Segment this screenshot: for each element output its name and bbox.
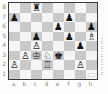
rank-label-2: 2 [0, 59, 7, 69]
square-d4[interactable] [42, 41, 53, 51]
square-h5[interactable]: ♗ [86, 32, 97, 42]
piece-white-pawn: ♙ [10, 60, 19, 69]
piece-black-pawn: ♟ [87, 22, 96, 31]
square-g8[interactable] [75, 3, 86, 13]
square-f6[interactable] [64, 22, 75, 32]
square-g2[interactable]: ♙ [75, 60, 86, 70]
square-a7[interactable]: ♟ [9, 13, 20, 23]
piece-white-king: ♔ [32, 51, 41, 60]
piece-black-rook: ♜ [32, 3, 41, 12]
rank-label-1: 1 [0, 69, 7, 79]
piece-black-pawn: ♟ [32, 32, 41, 41]
square-c2[interactable] [31, 60, 42, 70]
file-label-d: d [41, 80, 52, 88]
square-h7[interactable] [86, 13, 97, 23]
square-c1[interactable] [31, 70, 42, 80]
file-label-f: f [63, 80, 74, 88]
square-a6[interactable] [9, 22, 20, 32]
rank-label-3: 3 [0, 50, 7, 60]
square-d8[interactable] [42, 3, 53, 13]
square-a3[interactable] [9, 51, 20, 61]
piece-white-knight: ♘ [43, 51, 52, 60]
watermark-logo-box [88, 73, 95, 77]
square-e1[interactable] [53, 70, 64, 80]
piece-white-pawn: ♙ [21, 51, 30, 60]
square-b7[interactable] [20, 13, 31, 23]
square-e8[interactable] [53, 3, 64, 13]
file-label-e: e [52, 80, 63, 88]
square-f1[interactable] [64, 70, 75, 80]
piece-white-bishop: ♗ [87, 32, 96, 41]
square-c8[interactable]: ♜ [31, 3, 42, 13]
square-a2[interactable]: ♙ [9, 60, 20, 70]
file-label-b: b [19, 80, 30, 88]
file-labels: abcdefgh [8, 80, 96, 88]
square-e5[interactable] [53, 32, 64, 42]
square-h8[interactable] [86, 3, 97, 13]
square-b8[interactable] [20, 3, 31, 13]
piece-black-pawn: ♟ [65, 32, 74, 41]
square-c6[interactable] [31, 22, 42, 32]
square-a8[interactable] [9, 3, 20, 13]
square-a1[interactable] [9, 70, 20, 80]
square-e7[interactable] [53, 13, 64, 23]
square-f3[interactable] [64, 51, 75, 61]
square-g4[interactable]: ♟ [75, 41, 86, 51]
file-label-c: c [30, 80, 41, 88]
square-d7[interactable] [42, 13, 53, 23]
square-b3[interactable]: ♙ [20, 51, 31, 61]
rank-label-4: 4 [0, 40, 7, 50]
square-b5[interactable] [20, 32, 31, 42]
square-d1[interactable] [42, 70, 53, 80]
piece-black-pawn: ♟ [54, 22, 63, 31]
piece-black-pawn: ♟ [10, 13, 19, 22]
square-g5[interactable] [75, 32, 86, 42]
square-h6[interactable]: ♟ [86, 22, 97, 32]
square-f5[interactable]: ♟ [64, 32, 75, 42]
piece-white-pawn: ♙ [76, 60, 85, 69]
square-e4[interactable] [53, 41, 64, 51]
square-g3[interactable] [75, 51, 86, 61]
square-f7[interactable]: ♟ [64, 13, 75, 23]
piece-black-king: ♚ [54, 51, 63, 60]
square-c5[interactable]: ♟ [31, 32, 42, 42]
square-b2[interactable] [20, 60, 31, 70]
square-e3[interactable]: ♚ [53, 51, 64, 61]
square-b1[interactable] [20, 70, 31, 80]
square-d2[interactable]: ♖ [42, 60, 53, 70]
chess-board: ♜♟♟♟♟♟♟♗♙♟♙♔♘♚♙♖♙ [8, 2, 98, 80]
square-f8[interactable] [64, 3, 75, 13]
square-c7[interactable] [31, 13, 42, 23]
square-b4[interactable] [20, 41, 31, 51]
rank-label-8: 8 [0, 2, 7, 12]
square-d6[interactable] [42, 22, 53, 32]
square-c4[interactable]: ♙ [31, 41, 42, 51]
square-a5[interactable] [9, 32, 20, 42]
square-e6[interactable]: ♟ [53, 22, 64, 32]
square-e2[interactable] [53, 60, 64, 70]
file-label-a: a [8, 80, 19, 88]
piece-black-pawn: ♟ [76, 41, 85, 50]
rank-label-6: 6 [0, 21, 7, 31]
square-f4[interactable] [64, 41, 75, 51]
square-d5[interactable] [42, 32, 53, 42]
piece-white-pawn: ♙ [32, 41, 41, 50]
square-g6[interactable] [75, 22, 86, 32]
piece-black-pawn: ♟ [65, 13, 74, 22]
square-h2[interactable] [86, 60, 97, 70]
square-g1[interactable] [75, 70, 86, 80]
rank-label-5: 5 [0, 31, 7, 41]
square-d3[interactable]: ♘ [42, 51, 53, 61]
square-a4[interactable] [9, 41, 20, 51]
square-f2[interactable] [64, 60, 75, 70]
square-b6[interactable] [20, 22, 31, 32]
rank-label-7: 7 [0, 12, 7, 22]
edge-watermark-text [101, 38, 103, 76]
square-h4[interactable] [86, 41, 97, 51]
piece-white-rook: ♖ [43, 60, 52, 69]
file-label-h: h [85, 80, 96, 88]
square-g7[interactable] [75, 13, 86, 23]
rank-labels: 87654321 [0, 2, 7, 78]
square-h3[interactable] [86, 51, 97, 61]
square-c3[interactable]: ♔ [31, 51, 42, 61]
file-label-g: g [74, 80, 85, 88]
